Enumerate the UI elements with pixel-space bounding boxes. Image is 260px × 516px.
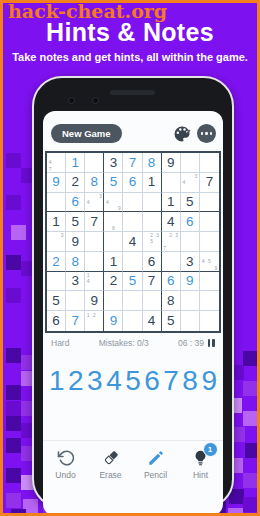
sudoku-cell-r7c7[interactable]: 6 xyxy=(162,272,181,292)
sudoku-cell-r8c2[interactable] xyxy=(66,291,85,311)
sudoku-cell-r6c9[interactable]: 459 xyxy=(200,252,219,272)
pencil-notes: 49 xyxy=(104,193,122,212)
sudoku-cell-r1c3[interactable] xyxy=(85,153,104,173)
sudoku-cell-r1c7[interactable]: 9 xyxy=(162,153,181,173)
given-digit: 3 xyxy=(71,274,79,288)
given-digit: 5 xyxy=(167,314,175,328)
sudoku-cell-r5c1[interactable]: 3 xyxy=(47,232,66,252)
pencil-notes: 47 xyxy=(47,153,65,172)
sudoku-cell-r1c2[interactable]: 1 xyxy=(66,153,85,173)
sudoku-cell-r6c4[interactable]: 1 xyxy=(104,252,123,272)
sudoku-cell-r1c1[interactable]: 47 xyxy=(47,153,66,173)
sudoku-cell-r5c5[interactable]: 4 xyxy=(123,232,142,252)
sudoku-cell-r4c3[interactable]: 7 xyxy=(85,212,104,232)
given-digit: 2 xyxy=(71,175,79,189)
user-digit: 9 xyxy=(110,314,118,328)
sudoku-cell-r4c9[interactable] xyxy=(200,212,219,232)
bg-tile xyxy=(228,508,243,516)
given-digit: 3 xyxy=(186,255,194,269)
given-digit: 7 xyxy=(91,215,99,229)
sudoku-cell-r6c5[interactable] xyxy=(123,252,142,272)
user-digit: 6 xyxy=(129,175,137,189)
sudoku-cell-r3c5[interactable] xyxy=(123,193,142,213)
user-digit: 6 xyxy=(186,215,194,229)
user-digit: 8 xyxy=(91,175,99,189)
sudoku-cell-r4c2[interactable]: 5 xyxy=(66,212,85,232)
given-digit: 9 xyxy=(91,294,99,308)
ellipsis-icon xyxy=(201,132,204,135)
bg-tile xyxy=(6,255,21,270)
more-options-button[interactable] xyxy=(197,124,216,143)
pencil-notes: 34 xyxy=(181,173,199,192)
given-digit: 2 xyxy=(110,274,118,288)
sudoku-cell-r2c9[interactable]: 7 xyxy=(200,173,219,193)
eraser-icon xyxy=(101,449,120,468)
user-digit: 7 xyxy=(129,156,137,170)
sudoku-cell-r7c9[interactable] xyxy=(200,272,219,292)
sudoku-cell-r8c9[interactable] xyxy=(200,291,219,311)
sudoku-cell-r7c4[interactable]: 2 xyxy=(104,272,123,292)
sudoku-cell-r8c4[interactable] xyxy=(104,291,123,311)
sudoku-cell-r6c6[interactable]: 6 xyxy=(143,252,162,272)
numpad-digit-5[interactable]: 5 xyxy=(125,366,141,397)
bg-tile xyxy=(11,509,26,516)
toolbar-divider xyxy=(43,440,223,441)
given-digit: 9 xyxy=(167,156,175,170)
user-digit: 9 xyxy=(186,274,194,288)
sudoku-cell-r7c1[interactable] xyxy=(47,272,66,292)
sudoku-cell-r5c3[interactable] xyxy=(85,232,104,252)
sudoku-cell-r3c4[interactable]: 49 xyxy=(104,193,123,213)
sudoku-cell-r9c4[interactable]: 9 xyxy=(104,311,123,331)
sudoku-cell-r8c6[interactable] xyxy=(143,291,162,311)
given-digit: 3 xyxy=(110,156,118,170)
sudoku-cell-r8c1[interactable]: 5 xyxy=(47,291,66,311)
sudoku-cell-r3c1[interactable] xyxy=(47,193,66,213)
bg-tile xyxy=(6,438,21,453)
pause-button[interactable] xyxy=(208,339,215,347)
sudoku-cell-r4c7[interactable]: 4 xyxy=(162,212,181,232)
hint-count-badge: 1 xyxy=(203,442,218,457)
sudoku-cell-r7c5[interactable]: 5 xyxy=(123,272,142,292)
sudoku-cell-r6c3[interactable] xyxy=(85,252,104,272)
bg-tile xyxy=(6,401,21,416)
sudoku-board: 4713789928561347634491515784639423523728… xyxy=(45,151,221,333)
numpad-digit-6[interactable]: 6 xyxy=(144,366,160,397)
user-digit: 5 xyxy=(129,274,137,288)
bg-tile xyxy=(6,153,21,168)
sudoku-cell-r5c4[interactable] xyxy=(104,232,123,252)
sudoku-cell-r8c5[interactable] xyxy=(123,291,142,311)
bg-tile xyxy=(6,195,21,210)
sudoku-cell-r9c7[interactable]: 5 xyxy=(162,311,181,331)
sudoku-cell-r9c3[interactable]: 12 xyxy=(85,311,104,331)
given-digit: 5 xyxy=(52,294,60,308)
palette-icon xyxy=(172,124,192,144)
camera-dot xyxy=(68,97,75,104)
undo-button[interactable]: Undo xyxy=(43,442,88,486)
user-digit: 5 xyxy=(110,175,118,189)
pencil-notes: 8 xyxy=(104,212,122,231)
user-digit: 1 xyxy=(71,156,79,170)
given-digit: 1 xyxy=(167,195,175,209)
pencil-notes: 459 xyxy=(200,252,219,271)
pencil-notes: 237 xyxy=(162,232,180,251)
numpad-digit-3[interactable]: 3 xyxy=(87,366,103,397)
pencil-notes: 14 xyxy=(85,272,103,291)
pencil-notes: 235 xyxy=(143,232,161,251)
number-pad: 123456789 xyxy=(49,366,217,397)
sudoku-cell-r3c3[interactable]: 34 xyxy=(85,193,104,213)
hint-label: Hint xyxy=(193,470,208,480)
timer-label: 06 : 39 xyxy=(178,338,204,348)
difficulty-label: Hard xyxy=(51,338,69,348)
theme-button[interactable] xyxy=(172,124,192,144)
sudoku-cell-r9c5[interactable] xyxy=(123,311,142,331)
bg-tile xyxy=(6,468,21,483)
pencil-notes: 34 xyxy=(85,193,103,212)
bg-tile xyxy=(243,473,258,488)
given-digit: 4 xyxy=(167,215,175,229)
undo-icon xyxy=(57,449,75,467)
sudoku-cell-r8c7[interactable]: 8 xyxy=(162,291,181,311)
sudoku-cell-r1c5[interactable]: 7 xyxy=(123,153,142,173)
sudoku-cell-r8c3[interactable]: 9 xyxy=(85,291,104,311)
sudoku-cell-r2c7[interactable] xyxy=(162,173,181,193)
bg-tile xyxy=(243,381,258,396)
sudoku-cell-r1c8[interactable] xyxy=(181,153,200,173)
sudoku-cell-r3c9[interactable] xyxy=(200,193,219,213)
bg-tile xyxy=(243,497,258,512)
sudoku-cell-r5c9[interactable] xyxy=(200,232,219,252)
sudoku-cell-r6c7[interactable] xyxy=(162,252,181,272)
sudoku-cell-r9c8[interactable] xyxy=(181,311,200,331)
bg-tile xyxy=(6,348,21,363)
given-digit: 4 xyxy=(148,314,156,328)
mistakes-label: Mistakes: 0/3 xyxy=(99,338,149,348)
given-digit: 1 xyxy=(148,175,156,189)
user-digit: 8 xyxy=(148,156,156,170)
sudoku-cell-r4c5[interactable] xyxy=(123,212,142,232)
hint-button[interactable]: 1 Hint xyxy=(178,442,223,486)
sudoku-cell-r2c6[interactable]: 1 xyxy=(143,173,162,193)
given-digit: 5 xyxy=(186,195,194,209)
sudoku-cell-r1c6[interactable]: 8 xyxy=(143,153,162,173)
erase-button[interactable]: Erase xyxy=(88,442,133,486)
bg-tile xyxy=(245,443,260,458)
sudoku-cell-r6c2[interactable]: 8 xyxy=(66,252,85,272)
sudoku-cell-r2c5[interactable]: 6 xyxy=(123,173,142,193)
status-bar: Hard Mistakes: 0/3 06 : 39 xyxy=(43,338,223,348)
sudoku-cell-r5c2[interactable]: 9 xyxy=(66,232,85,252)
new-game-button[interactable]: New Game xyxy=(51,124,122,143)
bg-tile xyxy=(243,351,258,366)
user-digit: 6 xyxy=(71,195,79,209)
pencil-label: Pencil xyxy=(144,470,167,480)
phone-mockup: New Game 4713789928561347634491515784639… xyxy=(32,76,234,509)
sudoku-cell-r6c8[interactable]: 3 xyxy=(181,252,200,272)
sudoku-cell-r5c6[interactable]: 235 xyxy=(143,232,162,252)
undo-label: Undo xyxy=(55,470,75,480)
given-digit: 1 xyxy=(110,255,118,269)
sudoku-cell-r7c2[interactable]: 3 xyxy=(66,272,85,292)
sudoku-cell-r1c4[interactable]: 3 xyxy=(104,153,123,173)
sudoku-cell-r5c8[interactable] xyxy=(181,232,200,252)
numpad-digit-8[interactable]: 8 xyxy=(182,366,198,397)
given-digit: 7 xyxy=(148,274,156,288)
sudoku-cell-r2c4[interactable]: 5 xyxy=(104,173,123,193)
given-digit: 8 xyxy=(167,294,175,308)
sudoku-cell-r6c1[interactable]: 2 xyxy=(47,252,66,272)
app-screen: New Game 4713789928561347634491515784639… xyxy=(43,111,223,516)
user-digit: 8 xyxy=(71,255,79,269)
sudoku-cell-r5c7[interactable]: 237 xyxy=(162,232,181,252)
page-title: Hints & Notes xyxy=(3,18,257,47)
promo-screenshot: hack-cheat.org Hints & Notes Take notes … xyxy=(0,0,260,516)
bg-tile xyxy=(243,411,258,426)
numpad-digit-2[interactable]: 2 xyxy=(68,366,84,397)
sudoku-cell-r7c6[interactable]: 7 xyxy=(143,272,162,292)
given-digit: 6 xyxy=(52,314,60,328)
pencil-notes: 12 xyxy=(85,311,103,331)
watermark-text: hack-cheat.org xyxy=(8,0,167,22)
erase-label: Erase xyxy=(99,470,121,480)
user-digit: 9 xyxy=(52,175,60,189)
sudoku-cell-r4c6[interactable] xyxy=(143,212,162,232)
camera-dot xyxy=(92,97,99,104)
given-digit: 7 xyxy=(206,175,214,189)
bg-tile xyxy=(6,288,21,303)
numpad-digit-4[interactable]: 4 xyxy=(106,366,122,397)
numpad-digit-7[interactable]: 7 xyxy=(163,366,179,397)
pencil-icon xyxy=(147,449,165,467)
sudoku-cell-r9c6[interactable]: 4 xyxy=(143,311,162,331)
given-digit: 9 xyxy=(71,235,79,249)
numpad-digit-1[interactable]: 1 xyxy=(49,366,65,397)
sudoku-cell-r9c1[interactable]: 6 xyxy=(47,311,66,331)
given-digit: 1 xyxy=(52,215,60,229)
sudoku-cell-r3c7[interactable]: 1 xyxy=(162,193,181,213)
bottom-toolbar: Undo Erase xyxy=(43,442,223,486)
sudoku-cell-r4c8[interactable]: 6 xyxy=(181,212,200,232)
pencil-notes: 3 xyxy=(47,232,65,251)
sudoku-cell-r2c3[interactable]: 8 xyxy=(85,173,104,193)
sudoku-cell-r2c2[interactable]: 2 xyxy=(66,173,85,193)
user-digit: 2 xyxy=(52,255,60,269)
sudoku-cell-r7c3[interactable]: 14 xyxy=(85,272,104,292)
pencil-button[interactable]: Pencil xyxy=(133,442,178,486)
bg-tile xyxy=(6,385,21,400)
numpad-digit-9[interactable]: 9 xyxy=(201,366,217,397)
sudoku-cell-r1c9[interactable] xyxy=(200,153,219,173)
bg-tile xyxy=(6,493,21,508)
sudoku-cell-r2c1[interactable]: 9 xyxy=(47,173,66,193)
sudoku-cell-r3c8[interactable]: 5 xyxy=(181,193,200,213)
sudoku-cell-r3c6[interactable] xyxy=(143,193,162,213)
sudoku-cell-r2c8[interactable]: 34 xyxy=(181,173,200,193)
user-digit: 7 xyxy=(71,314,79,328)
given-digit: 6 xyxy=(148,255,156,269)
user-digit: 6 xyxy=(167,274,175,288)
sudoku-cell-r8c8[interactable] xyxy=(181,291,200,311)
sudoku-cell-r4c1[interactable]: 1 xyxy=(47,212,66,232)
pause-icon xyxy=(208,339,211,347)
given-digit: 4 xyxy=(129,235,137,249)
page-subtitle: Take notes and get hints, all within the… xyxy=(3,51,257,63)
bg-tile xyxy=(6,416,21,431)
given-digit: 5 xyxy=(71,215,79,229)
sudoku-cell-r4c4[interactable]: 8 xyxy=(104,212,123,232)
speaker-slit xyxy=(110,90,155,95)
sudoku-cell-r7c8[interactable]: 9 xyxy=(181,272,200,292)
sudoku-cell-r3c2[interactable]: 6 xyxy=(66,193,85,213)
sudoku-cell-r9c2[interactable]: 7 xyxy=(66,311,85,331)
bg-tile xyxy=(11,225,26,240)
sudoku-cell-r9c9[interactable] xyxy=(200,311,219,331)
